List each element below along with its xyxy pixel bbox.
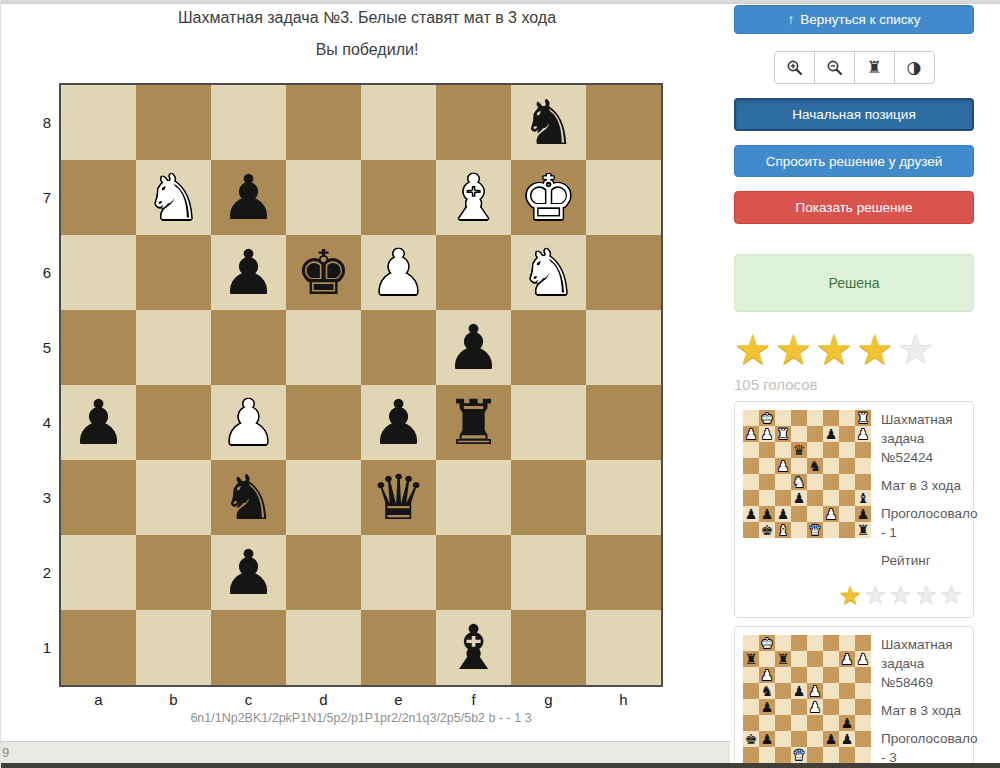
- square-h6: [855, 667, 871, 683]
- square-e2: [807, 506, 823, 522]
- square-c5: [775, 683, 791, 699]
- zoom-in-icon: [786, 59, 803, 76]
- white-pawn: ♟: [777, 458, 790, 474]
- square-a2[interactable]: [61, 535, 136, 610]
- start-position-button[interactable]: Начальная позиция: [734, 98, 974, 131]
- square-d5: [791, 458, 807, 474]
- square-d1: [791, 522, 807, 538]
- square-d4: [791, 699, 807, 715]
- square-g5: [839, 683, 855, 699]
- star-5-empty[interactable]: ★: [897, 325, 938, 374]
- square-c8[interactable]: [211, 85, 286, 160]
- square-f6: [823, 667, 839, 683]
- related-task: Мат в 3 хода: [881, 476, 978, 495]
- rank-label-2: 2: [33, 535, 51, 610]
- file-label-b: b: [136, 691, 211, 709]
- square-f1: [823, 747, 839, 763]
- star-5-empty: ★: [940, 580, 965, 610]
- square-b2: ♟: [759, 506, 775, 522]
- square-g7: ♟: [839, 651, 855, 667]
- black-rook: ♜: [745, 651, 758, 667]
- square-g8[interactable]: ♞: [511, 85, 586, 160]
- square-a6[interactable]: [61, 235, 136, 310]
- square-b6: [759, 442, 775, 458]
- white-bishop: ♝: [777, 522, 790, 538]
- square-d2: [791, 731, 807, 747]
- black-pawn: ♟: [761, 699, 774, 715]
- square-a8: [743, 410, 759, 426]
- square-g6: [839, 442, 855, 458]
- square-c6: [775, 442, 791, 458]
- square-g4: [839, 699, 855, 715]
- square-e7: [807, 651, 823, 667]
- square-b6[interactable]: [136, 235, 211, 310]
- square-d4[interactable]: [286, 385, 361, 460]
- square-e1[interactable]: [361, 610, 436, 685]
- square-c2: ♟: [775, 506, 791, 522]
- square-a8[interactable]: [61, 85, 136, 160]
- white-pawn: ♟: [857, 651, 870, 667]
- ask-friends-button[interactable]: Спросить решение у друзей: [734, 145, 974, 177]
- back-to-list-button[interactable]: ↑Вернуться к списку: [734, 5, 974, 34]
- black-knight: ♞: [521, 85, 577, 160]
- square-a1[interactable]: [61, 610, 136, 685]
- square-f7: ♟: [823, 426, 839, 442]
- black-pawn: ♟: [221, 235, 277, 310]
- square-c4: [775, 699, 791, 715]
- square-d3: ♟: [791, 490, 807, 506]
- square-a3[interactable]: [61, 460, 136, 535]
- square-h3: ♝: [855, 490, 871, 506]
- square-b1[interactable]: [136, 610, 211, 685]
- square-d5: ♟: [791, 683, 807, 699]
- star-4-empty: ★: [914, 580, 939, 610]
- file-label-g: g: [511, 691, 586, 709]
- square-f2: ♟: [823, 731, 839, 747]
- square-f2[interactable]: [436, 535, 511, 610]
- piece-set-button[interactable]: ♜: [854, 51, 895, 84]
- square-c5: ♟: [775, 458, 791, 474]
- square-a7: ♜: [743, 651, 759, 667]
- black-king: ♚: [745, 731, 758, 747]
- square-a7[interactable]: [61, 160, 136, 235]
- square-c6[interactable]: ♟: [211, 235, 286, 310]
- square-d7[interactable]: [286, 160, 361, 235]
- black-pawn: ♟: [857, 506, 870, 522]
- square-b5[interactable]: [136, 310, 211, 385]
- star-2-empty: ★: [864, 580, 889, 610]
- related-title: Шахматная задача №52424: [881, 410, 978, 467]
- back-to-list-label: Вернуться к списку: [800, 12, 920, 27]
- square-f5: [823, 683, 839, 699]
- square-a2: ♟: [743, 506, 759, 522]
- square-c3[interactable]: ♞: [211, 460, 286, 535]
- contrast-button[interactable]: ◑: [894, 51, 935, 84]
- square-b3[interactable]: [136, 460, 211, 535]
- star-2-filled[interactable]: ★: [775, 325, 816, 374]
- square-g2: [839, 506, 855, 522]
- square-c1: ♝: [775, 522, 791, 538]
- rank-label-3: 3: [33, 460, 51, 535]
- square-h4: [855, 474, 871, 490]
- black-king: ♚: [761, 522, 774, 538]
- file-label-e: e: [361, 691, 436, 709]
- white-queen: ♛: [793, 747, 806, 763]
- chess-board: ♞♞♟♝♚♟♚♟♞♟♟♟♟♜♞♛♟♝: [59, 83, 663, 687]
- square-a4: [743, 474, 759, 490]
- square-e2[interactable]: [361, 535, 436, 610]
- white-queen: ♛: [809, 522, 822, 538]
- related-title: Шахматная задача №58469: [881, 635, 978, 692]
- square-a4: [743, 699, 759, 715]
- result-message: Вы победили!: [6, 41, 728, 59]
- square-b3: [759, 490, 775, 506]
- rank-labels: 87654321: [33, 85, 51, 685]
- square-f3: [823, 715, 839, 731]
- black-bishop: ♝: [446, 610, 502, 685]
- file-label-a: a: [61, 691, 136, 709]
- file-label-h: h: [586, 691, 661, 709]
- square-c4[interactable]: ♟: [211, 385, 286, 460]
- square-h7[interactable]: [586, 160, 661, 235]
- related-rating-label: Рейтинг: [881, 551, 978, 570]
- square-c7: ♜: [775, 651, 791, 667]
- square-b8: ♚: [759, 410, 775, 426]
- square-f6: [823, 442, 839, 458]
- window-bottom-strip: [1, 763, 1000, 768]
- white-king: ♚: [761, 410, 774, 426]
- black-pawn: ♟: [793, 683, 806, 699]
- zoom-in-button[interactable]: [774, 51, 815, 84]
- black-bishop: ♝: [857, 490, 870, 506]
- square-d2: [791, 506, 807, 522]
- square-b5: [759, 458, 775, 474]
- status-bar: 9: [1, 741, 730, 763]
- star-1-filled: ★: [838, 580, 863, 610]
- puzzle-rating-stars: ★★★★★: [734, 327, 974, 375]
- square-a2: ♚: [743, 731, 759, 747]
- square-d3: [791, 715, 807, 731]
- white-knight: ♞: [146, 160, 202, 235]
- square-g4: [839, 474, 855, 490]
- black-knight: ♞: [221, 460, 277, 535]
- up-arrow-icon: ↑: [788, 12, 795, 27]
- white-bishop: ♝: [446, 160, 502, 235]
- square-f6[interactable]: [436, 235, 511, 310]
- square-d1[interactable]: [286, 610, 361, 685]
- board-toolbar: ♜ ◑: [734, 51, 974, 84]
- square-b7: [759, 651, 775, 667]
- black-pawn: ♟: [745, 506, 758, 522]
- square-g8: [839, 635, 855, 651]
- square-e6: [807, 667, 823, 683]
- white-rook: ♜: [857, 410, 870, 426]
- square-d5[interactable]: [286, 310, 361, 385]
- square-e4: [807, 474, 823, 490]
- square-b8: ♚: [759, 635, 775, 651]
- square-d6[interactable]: ♚: [286, 235, 361, 310]
- square-b2[interactable]: [136, 535, 211, 610]
- square-g2: ♟: [839, 731, 855, 747]
- white-pawn: ♟: [841, 651, 854, 667]
- square-f1: [823, 522, 839, 538]
- square-f8: [823, 410, 839, 426]
- white-pawn: ♟: [761, 667, 774, 683]
- related-puzzle-card-2[interactable]: ♚♜♜♟♟♟♞♟♟♟♟♟♚♟♟♟♛ Шахматная задача №5846…: [734, 626, 974, 768]
- black-pawn: ♟: [221, 535, 277, 610]
- square-e5: ♟: [807, 683, 823, 699]
- square-c1[interactable]: [211, 610, 286, 685]
- square-b4[interactable]: [136, 385, 211, 460]
- square-c6: [775, 667, 791, 683]
- mini-chess-board-2: ♚♜♜♟♟♟♞♟♟♟♟♟♚♟♟♟♛: [743, 635, 871, 763]
- square-e7[interactable]: [361, 160, 436, 235]
- black-rook: ♜: [446, 385, 502, 460]
- square-g5[interactable]: [511, 310, 586, 385]
- rank-label-5: 5: [33, 310, 51, 385]
- square-f7[interactable]: ♝: [436, 160, 511, 235]
- square-d8: [791, 635, 807, 651]
- square-e4[interactable]: ♟: [361, 385, 436, 460]
- rank-label-7: 7: [33, 160, 51, 235]
- rank-label-6: 6: [33, 235, 51, 310]
- square-h3: [855, 715, 871, 731]
- white-knight: ♞: [793, 474, 806, 490]
- square-c3: [775, 490, 791, 506]
- white-king: ♚: [521, 160, 577, 235]
- square-h1[interactable]: [586, 610, 661, 685]
- black-queen: ♛: [793, 442, 806, 458]
- square-d1: ♛: [791, 747, 807, 763]
- square-g2[interactable]: [511, 535, 586, 610]
- square-d6: ♛: [791, 442, 807, 458]
- square-a5[interactable]: [61, 310, 136, 385]
- square-d7: [791, 651, 807, 667]
- square-g1[interactable]: [511, 610, 586, 685]
- black-rook: ♜: [777, 651, 790, 667]
- votes-count: 105 голосов: [734, 376, 974, 393]
- square-d8: [791, 410, 807, 426]
- square-g8: [839, 410, 855, 426]
- square-g3[interactable]: [511, 460, 586, 535]
- black-pawn: ♟: [825, 426, 838, 442]
- related-card-text: Шахматная задача №58469 Мат в 3 хода Про…: [881, 635, 978, 768]
- black-pawn: ♟: [841, 715, 854, 731]
- square-a8: [743, 635, 759, 651]
- black-pawn: ♟: [371, 385, 427, 460]
- square-c1: [775, 747, 791, 763]
- page: Шахматная задача №3. Белые ставят мат в …: [0, 0, 1000, 768]
- square-h7: ♟: [855, 651, 871, 667]
- zoom-out-icon: [826, 59, 843, 76]
- square-d2[interactable]: [286, 535, 361, 610]
- square-e3: [807, 715, 823, 731]
- square-f2: ♟: [823, 506, 839, 522]
- square-h6: [855, 442, 871, 458]
- black-pawn: ♟: [446, 310, 502, 385]
- white-pawn: ♟: [221, 385, 277, 460]
- black-knight: ♞: [761, 683, 774, 699]
- square-c7: ♜: [775, 426, 791, 442]
- square-c3: [775, 715, 791, 731]
- square-g1: [839, 522, 855, 538]
- square-e3[interactable]: ♛: [361, 460, 436, 535]
- square-c2[interactable]: ♟: [211, 535, 286, 610]
- square-a1: [743, 747, 759, 763]
- square-a3: [743, 490, 759, 506]
- square-g7: [839, 426, 855, 442]
- square-e6[interactable]: ♟: [361, 235, 436, 310]
- square-d3[interactable]: [286, 460, 361, 535]
- square-b1: [759, 747, 775, 763]
- square-g7[interactable]: ♚: [511, 160, 586, 235]
- square-a5: [743, 458, 759, 474]
- square-h1: [855, 747, 871, 763]
- window-top-strip: [1, 0, 1000, 4]
- square-h8: ♜: [855, 410, 871, 426]
- square-g6[interactable]: ♞: [511, 235, 586, 310]
- black-pawn: ♟: [777, 506, 790, 522]
- white-king: ♚: [761, 635, 774, 651]
- square-h2: ♟: [855, 506, 871, 522]
- related-votes: Проголосовало - 1: [881, 504, 978, 542]
- black-rook: ♜: [857, 522, 870, 538]
- square-a1: [743, 522, 759, 538]
- square-f4: [823, 699, 839, 715]
- square-e7: [807, 426, 823, 442]
- square-h5: [855, 458, 871, 474]
- chess-board-area: 87654321 ♞♞♟♝♚♟♚♟♞♟♟♟♟♜♞♛♟♝ abcdefgh 6n1…: [59, 83, 663, 687]
- square-b7[interactable]: ♞: [136, 160, 211, 235]
- square-f3[interactable]: [436, 460, 511, 535]
- square-c5[interactable]: [211, 310, 286, 385]
- white-rook: ♜: [777, 426, 790, 442]
- square-e1: [807, 747, 823, 763]
- rank-label-1: 1: [33, 610, 51, 685]
- page-title: Шахматная задача №3. Белые ставят мат в …: [6, 9, 728, 27]
- white-pawn: ♟: [371, 235, 427, 310]
- square-h3[interactable]: [586, 460, 661, 535]
- square-h1: ♜: [855, 522, 871, 538]
- contrast-icon: ◑: [907, 59, 922, 76]
- square-f8: [823, 635, 839, 651]
- square-b4: [759, 474, 775, 490]
- square-h4[interactable]: [586, 385, 661, 460]
- square-h6[interactable]: [586, 235, 661, 310]
- square-b5: ♞: [759, 683, 775, 699]
- square-b3: [759, 715, 775, 731]
- black-king: ♚: [296, 235, 352, 310]
- black-pawn: ♟: [793, 490, 806, 506]
- square-h4: [855, 699, 871, 715]
- square-e3: [807, 490, 823, 506]
- square-f4[interactable]: ♜: [436, 385, 511, 460]
- square-f5[interactable]: ♟: [436, 310, 511, 385]
- white-pawn: ♟: [825, 506, 838, 522]
- square-a6: [743, 442, 759, 458]
- file-labels: abcdefgh: [61, 691, 661, 709]
- square-h5: [855, 683, 871, 699]
- black-knight: ♞: [809, 458, 822, 474]
- square-h8: [855, 635, 871, 651]
- mini-chess-board-1: ♚♜♟♟♜♟♟♛♟♞♞♟♝♟♟♟♟♟♚♝♛♜: [743, 410, 871, 538]
- square-e8[interactable]: [361, 85, 436, 160]
- square-b2: ♟: [759, 731, 775, 747]
- fen-caption: 6n1/1Np2BK1/2pkP1N1/5p2/p1P1pr2/2n1q3/2p…: [59, 711, 663, 725]
- zoom-out-button[interactable]: [814, 51, 855, 84]
- square-h2: [855, 731, 871, 747]
- related-votes: Проголосовало - 3: [881, 729, 978, 767]
- square-b6: ♟: [759, 667, 775, 683]
- square-e5[interactable]: [361, 310, 436, 385]
- square-e1: ♛: [807, 522, 823, 538]
- black-pawn: ♟: [761, 731, 774, 747]
- black-pawn: ♟: [761, 506, 774, 522]
- status-text: 9: [2, 745, 9, 760]
- square-d8[interactable]: [286, 85, 361, 160]
- square-g5: [839, 458, 855, 474]
- black-pawn: ♟: [71, 385, 127, 460]
- black-pawn: ♟: [841, 731, 854, 747]
- square-c8: [775, 635, 791, 651]
- square-c4: [775, 474, 791, 490]
- square-e8: [807, 410, 823, 426]
- square-f7: [823, 651, 839, 667]
- solved-status-panel: Решена: [734, 254, 974, 312]
- square-h5[interactable]: [586, 310, 661, 385]
- file-label-d: d: [286, 691, 361, 709]
- square-b8[interactable]: [136, 85, 211, 160]
- square-c7[interactable]: ♟: [211, 160, 286, 235]
- rank-label-8: 8: [33, 85, 51, 160]
- square-c2: [775, 731, 791, 747]
- related-task: Мат в 3 хода: [881, 701, 978, 720]
- rank-label-4: 4: [33, 385, 51, 460]
- square-e6: [807, 442, 823, 458]
- square-d6: [791, 667, 807, 683]
- rook-icon: ♜: [866, 59, 881, 76]
- white-pawn: ♟: [857, 426, 870, 442]
- star-4-filled[interactable]: ★: [856, 325, 897, 374]
- square-h8[interactable]: [586, 85, 661, 160]
- square-g4[interactable]: [511, 385, 586, 460]
- white-pawn: ♟: [745, 426, 758, 442]
- square-d4: ♞: [791, 474, 807, 490]
- square-g3: [839, 490, 855, 506]
- related-card-text: Шахматная задача №52424 Мат в 3 хода Про…: [881, 410, 978, 579]
- white-pawn: ♟: [809, 699, 822, 715]
- star-1-filled[interactable]: ★: [734, 325, 775, 374]
- square-c8: [775, 410, 791, 426]
- file-label-c: c: [211, 691, 286, 709]
- related-puzzle-card-1[interactable]: ♚♜♟♟♜♟♟♛♟♞♞♟♝♟♟♟♟♟♚♝♛♜ Шахматная задача …: [734, 401, 974, 618]
- square-e2: [807, 731, 823, 747]
- show-solution-button[interactable]: Показать решение: [734, 191, 974, 224]
- square-f1[interactable]: ♝: [436, 610, 511, 685]
- square-a4[interactable]: ♟: [61, 385, 136, 460]
- square-a6: [743, 667, 759, 683]
- square-e4: ♟: [807, 699, 823, 715]
- related-rating-stars-1: ★★★★★: [743, 581, 965, 609]
- file-label-f: f: [436, 691, 511, 709]
- square-h7: ♟: [855, 426, 871, 442]
- square-e8: [807, 635, 823, 651]
- square-h2[interactable]: [586, 535, 661, 610]
- square-b4: ♟: [759, 699, 775, 715]
- star-3-filled[interactable]: ★: [815, 325, 856, 374]
- square-f5: [823, 458, 839, 474]
- square-f8[interactable]: [436, 85, 511, 160]
